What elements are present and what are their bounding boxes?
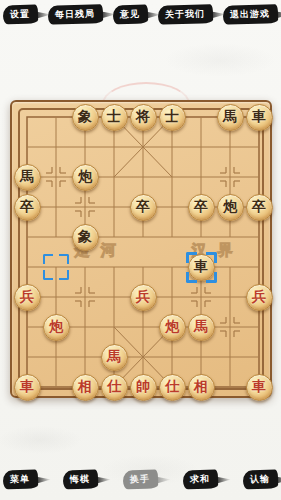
piece-red-炮-1-7[interactable]: 炮 <box>43 314 70 341</box>
piece-red-馬-6-7[interactable]: 馬 <box>188 314 215 341</box>
feedback-button[interactable]: 意见 <box>113 5 148 25</box>
piece-red-帥-4-9[interactable]: 帥 <box>130 374 157 401</box>
menu-button[interactable]: 菜单 <box>3 470 38 490</box>
piece-black-炮-2-2[interactable]: 炮 <box>72 164 99 191</box>
about-button[interactable]: 关于我们 <box>158 4 213 24</box>
offer-draw-button[interactable]: 求和 <box>183 470 218 490</box>
piece-red-相-2-9[interactable]: 相 <box>72 374 99 401</box>
piece-black-士-5-0[interactable]: 士 <box>159 104 186 131</box>
piece-red-車-0-9[interactable]: 車 <box>14 374 41 401</box>
piece-red-兵-0-6[interactable]: 兵 <box>14 284 41 311</box>
piece-black-卒-0-3[interactable]: 卒 <box>14 194 41 221</box>
settings-button[interactable]: 设置 <box>3 5 38 25</box>
piece-black-車-6-5[interactable]: 車 <box>188 254 215 281</box>
undo-move-button[interactable]: 悔棋 <box>63 470 98 490</box>
piece-black-卒-4-3[interactable]: 卒 <box>130 194 157 221</box>
swap-sides-button: 换手 <box>123 470 158 490</box>
piece-red-仕-5-9[interactable]: 仕 <box>159 374 186 401</box>
piece-black-象-2-0[interactable]: 象 <box>72 104 99 131</box>
piece-black-馬-0-2[interactable]: 馬 <box>14 164 41 191</box>
piece-black-士-3-0[interactable]: 士 <box>101 104 128 131</box>
piece-black-車-8-0[interactable]: 車 <box>246 104 273 131</box>
xiangqi-app-screen: 设置 每日残局 意见 关于我们 退出游戏 楚河 汉界 象士将士馬車馬炮卒卒卒炮卒… <box>0 0 281 500</box>
piece-red-相-6-9[interactable]: 相 <box>188 374 215 401</box>
xiangqi-board[interactable]: 楚河 汉界 象士将士馬車馬炮卒卒卒炮卒象車兵兵兵炮炮馬馬車相仕帥仕相車 <box>10 100 272 398</box>
piece-red-兵-4-6[interactable]: 兵 <box>130 284 157 311</box>
resign-button[interactable]: 认输 <box>243 470 278 490</box>
piece-black-馬-7-0[interactable]: 馬 <box>217 104 244 131</box>
piece-black-象-2-4[interactable]: 象 <box>72 224 99 251</box>
piece-red-炮-5-7[interactable]: 炮 <box>159 314 186 341</box>
piece-red-車-8-9[interactable]: 車 <box>246 374 273 401</box>
piece-red-馬-3-8[interactable]: 馬 <box>101 344 128 371</box>
piece-black-炮-7-3[interactable]: 炮 <box>217 194 244 221</box>
piece-black-卒-6-3[interactable]: 卒 <box>188 194 215 221</box>
exit-game-button[interactable]: 退出游戏 <box>223 4 278 24</box>
piece-black-将-4-0[interactable]: 将 <box>130 104 157 131</box>
piece-red-仕-3-9[interactable]: 仕 <box>101 374 128 401</box>
piece-black-卒-8-3[interactable]: 卒 <box>246 194 273 221</box>
board-grid <box>12 102 270 396</box>
toolbar-top: 设置 每日残局 意见 关于我们 退出游戏 <box>0 5 281 24</box>
toolbar-bottom: 菜单 悔棋 换手 求和 认输 <box>0 470 281 489</box>
daily-puzzle-button[interactable]: 每日残局 <box>48 4 103 24</box>
piece-red-兵-8-6[interactable]: 兵 <box>246 284 273 311</box>
